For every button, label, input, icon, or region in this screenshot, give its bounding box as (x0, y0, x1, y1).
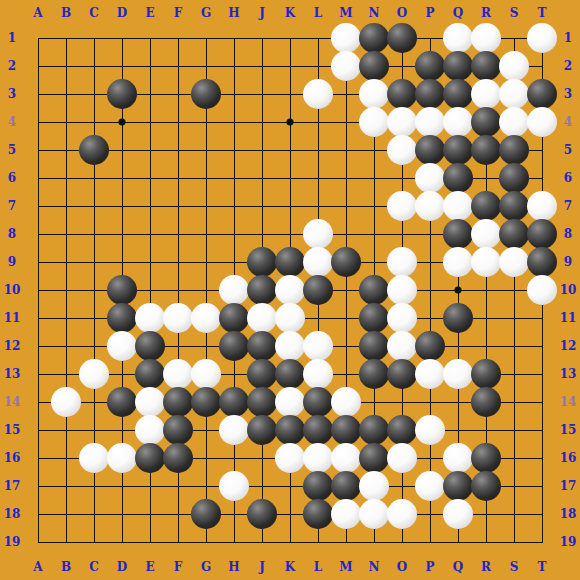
row-label-left: 11 (4, 312, 21, 324)
row-label-right: 9 (564, 256, 572, 268)
stone-white-O16 (387, 443, 417, 473)
column-label-bottom: F (174, 561, 183, 573)
column-label-top: S (510, 7, 519, 19)
stone-black-N16 (359, 443, 389, 473)
stone-white-Q9 (443, 247, 473, 277)
stone-white-S9 (499, 247, 529, 277)
stone-black-R17 (471, 471, 501, 501)
stone-black-R4 (471, 107, 501, 137)
row-label-right: 10 (560, 284, 577, 296)
row-label-left: 8 (8, 228, 16, 240)
stone-white-O11 (387, 303, 417, 333)
stone-white-N17 (359, 471, 389, 501)
stone-white-R1 (471, 23, 501, 53)
stone-black-N1 (359, 23, 389, 53)
row-label-right: 1 (564, 32, 572, 44)
grid-line-horizontal (38, 542, 543, 543)
column-label-top: R (481, 7, 491, 19)
column-label-top: O (397, 7, 407, 19)
stone-black-D3 (107, 79, 137, 109)
column-label-bottom: H (228, 561, 239, 573)
stone-white-L8 (303, 219, 333, 249)
column-label-top: N (369, 7, 380, 19)
column-label-bottom: R (481, 561, 491, 573)
stone-white-O12 (387, 331, 417, 361)
stone-black-H14 (219, 387, 249, 417)
stone-black-J9 (247, 247, 277, 277)
stone-white-T4 (527, 107, 557, 137)
stone-black-R14 (471, 387, 501, 417)
stone-black-N13 (359, 359, 389, 389)
stone-black-K9 (275, 247, 305, 277)
row-label-left: 10 (4, 284, 21, 296)
stone-white-O7 (387, 191, 417, 221)
row-label-left: 3 (8, 88, 16, 100)
row-label-left: 18 (4, 508, 21, 520)
star-point-K4 (287, 119, 294, 126)
row-label-left: 16 (4, 452, 21, 464)
stone-white-K10 (275, 275, 305, 305)
stone-black-N11 (359, 303, 389, 333)
stone-white-E11 (135, 303, 165, 333)
stone-black-J14 (247, 387, 277, 417)
stone-black-K13 (275, 359, 305, 389)
column-label-bottom: T (538, 561, 547, 573)
row-label-left: 2 (8, 60, 16, 72)
stone-black-H12 (219, 331, 249, 361)
stone-black-K15 (275, 415, 305, 445)
stone-white-B14 (51, 387, 81, 417)
column-label-top: T (538, 7, 547, 19)
stone-black-S5 (499, 135, 529, 165)
stone-black-P2 (415, 51, 445, 81)
stone-white-S4 (499, 107, 529, 137)
stone-black-P5 (415, 135, 445, 165)
stone-black-D10 (107, 275, 137, 305)
column-label-top: A (33, 7, 42, 19)
stone-black-S8 (499, 219, 529, 249)
stone-black-P3 (415, 79, 445, 109)
star-point-Q10 (455, 287, 462, 294)
stone-black-F16 (163, 443, 193, 473)
stone-white-Q18 (443, 499, 473, 529)
stone-white-Q16 (443, 443, 473, 473)
stone-white-H17 (219, 471, 249, 501)
stone-white-K14 (275, 387, 305, 417)
stone-black-M15 (331, 415, 361, 445)
stone-white-P4 (415, 107, 445, 137)
stone-black-Q8 (443, 219, 473, 249)
stone-white-G11 (191, 303, 221, 333)
column-label-top: C (89, 7, 99, 19)
stone-white-E15 (135, 415, 165, 445)
column-label-bottom: D (117, 561, 127, 573)
stone-white-O4 (387, 107, 417, 137)
stone-white-O10 (387, 275, 417, 305)
column-label-top: Q (453, 7, 463, 19)
column-label-bottom: E (145, 561, 154, 573)
stone-black-S6 (499, 163, 529, 193)
column-label-top: P (425, 7, 434, 19)
stone-black-C5 (79, 135, 109, 165)
stone-black-L18 (303, 499, 333, 529)
row-label-right: 12 (560, 340, 577, 352)
row-label-right: 19 (560, 536, 577, 548)
stone-black-Q2 (443, 51, 473, 81)
stone-black-R16 (471, 443, 501, 473)
stone-white-N4 (359, 107, 389, 137)
row-label-left: 6 (8, 172, 16, 184)
stone-black-G3 (191, 79, 221, 109)
stone-black-R2 (471, 51, 501, 81)
stone-black-Q5 (443, 135, 473, 165)
stone-black-T3 (527, 79, 557, 109)
stone-black-O3 (387, 79, 417, 109)
stone-white-F11 (163, 303, 193, 333)
column-label-top: K (285, 7, 295, 19)
stone-white-R9 (471, 247, 501, 277)
stone-black-J10 (247, 275, 277, 305)
stone-black-H11 (219, 303, 249, 333)
stone-white-E14 (135, 387, 165, 417)
stone-white-S2 (499, 51, 529, 81)
go-board[interactable]: AABBCCDDEEFFGGHHJJKKLLMMNNOOPPQQRRSSTT11… (0, 0, 580, 580)
stone-black-S7 (499, 191, 529, 221)
stone-black-Q3 (443, 79, 473, 109)
row-label-right: 7 (564, 200, 572, 212)
row-label-right: 14 (560, 396, 577, 408)
row-label-left: 19 (4, 536, 21, 548)
row-label-left: 15 (4, 424, 21, 436)
stone-white-J11 (247, 303, 277, 333)
stone-white-P7 (415, 191, 445, 221)
stone-white-M14 (331, 387, 361, 417)
column-label-top: J (259, 7, 265, 19)
stone-white-Q13 (443, 359, 473, 389)
stone-white-P6 (415, 163, 445, 193)
column-label-bottom: M (339, 561, 352, 573)
stone-white-R3 (471, 79, 501, 109)
column-label-top: G (201, 7, 211, 19)
stone-white-C13 (79, 359, 109, 389)
row-label-left: 4 (8, 116, 16, 128)
stone-black-L14 (303, 387, 333, 417)
stone-white-H15 (219, 415, 249, 445)
stone-white-L13 (303, 359, 333, 389)
row-label-right: 8 (564, 228, 572, 240)
row-label-left: 17 (4, 480, 21, 492)
stone-white-D12 (107, 331, 137, 361)
column-label-top: D (117, 7, 127, 19)
row-label-left: 14 (4, 396, 21, 408)
stone-white-P17 (415, 471, 445, 501)
stone-black-T8 (527, 219, 557, 249)
row-label-left: 7 (8, 200, 16, 212)
column-label-bottom: S (510, 561, 519, 573)
column-label-bottom: G (201, 561, 211, 573)
stone-black-T9 (527, 247, 557, 277)
stone-black-L17 (303, 471, 333, 501)
stone-black-L15 (303, 415, 333, 445)
row-label-right: 4 (564, 116, 572, 128)
stone-white-O5 (387, 135, 417, 165)
stone-black-M9 (331, 247, 361, 277)
column-label-top: B (61, 7, 71, 19)
stone-white-K12 (275, 331, 305, 361)
column-label-bottom: C (89, 561, 99, 573)
column-label-bottom: P (425, 561, 434, 573)
stone-black-Q17 (443, 471, 473, 501)
stone-white-L12 (303, 331, 333, 361)
row-label-right: 3 (564, 88, 572, 100)
stone-black-F15 (163, 415, 193, 445)
column-label-bottom: A (33, 561, 42, 573)
column-label-top: E (145, 7, 154, 19)
stone-white-Q1 (443, 23, 473, 53)
stone-white-P15 (415, 415, 445, 445)
row-label-right: 2 (564, 60, 572, 72)
stone-white-O18 (387, 499, 417, 529)
stone-black-O1 (387, 23, 417, 53)
stone-white-M1 (331, 23, 361, 53)
column-label-top: L (314, 7, 322, 19)
stone-white-Q4 (443, 107, 473, 137)
row-label-right: 17 (560, 480, 577, 492)
stone-black-N15 (359, 415, 389, 445)
stone-white-R8 (471, 219, 501, 249)
row-label-left: 12 (4, 340, 21, 352)
row-label-left: 9 (8, 256, 16, 268)
column-label-bottom: J (259, 561, 265, 573)
column-label-top: M (339, 7, 352, 19)
stone-white-C16 (79, 443, 109, 473)
stone-black-D14 (107, 387, 137, 417)
stone-black-N2 (359, 51, 389, 81)
stone-black-F14 (163, 387, 193, 417)
stone-white-S3 (499, 79, 529, 109)
row-label-right: 11 (560, 312, 577, 324)
stone-black-D11 (107, 303, 137, 333)
stone-white-M2 (331, 51, 361, 81)
stone-black-M17 (331, 471, 361, 501)
stone-white-K11 (275, 303, 305, 333)
row-label-right: 6 (564, 172, 572, 184)
row-label-right: 15 (560, 424, 577, 436)
stone-black-G14 (191, 387, 221, 417)
row-label-right: 18 (560, 508, 577, 520)
stone-black-E13 (135, 359, 165, 389)
stone-black-E12 (135, 331, 165, 361)
stone-white-T7 (527, 191, 557, 221)
row-label-right: 5 (564, 144, 572, 156)
stone-black-J15 (247, 415, 277, 445)
stone-white-T10 (527, 275, 557, 305)
row-label-right: 13 (560, 368, 577, 380)
stone-white-T1 (527, 23, 557, 53)
stone-white-M16 (331, 443, 361, 473)
stone-black-J12 (247, 331, 277, 361)
stone-white-O9 (387, 247, 417, 277)
column-label-bottom: Q (453, 561, 463, 573)
stone-white-D16 (107, 443, 137, 473)
column-label-top: H (228, 7, 239, 19)
stone-black-R13 (471, 359, 501, 389)
column-label-bottom: K (285, 561, 295, 573)
stone-white-Q7 (443, 191, 473, 221)
stone-white-K16 (275, 443, 305, 473)
column-label-bottom: O (397, 561, 407, 573)
stone-black-N12 (359, 331, 389, 361)
stone-black-N10 (359, 275, 389, 305)
stone-white-P13 (415, 359, 445, 389)
row-label-left: 5 (8, 144, 16, 156)
stone-black-Q6 (443, 163, 473, 193)
stone-black-O13 (387, 359, 417, 389)
stone-white-H10 (219, 275, 249, 305)
row-label-left: 13 (4, 368, 21, 380)
stone-black-R7 (471, 191, 501, 221)
stone-black-L10 (303, 275, 333, 305)
stone-white-L16 (303, 443, 333, 473)
column-label-bottom: L (314, 561, 322, 573)
stone-black-J13 (247, 359, 277, 389)
stone-black-Q11 (443, 303, 473, 333)
stone-black-P12 (415, 331, 445, 361)
stone-white-G13 (191, 359, 221, 389)
stone-white-M18 (331, 499, 361, 529)
stone-black-E16 (135, 443, 165, 473)
row-label-left: 1 (8, 32, 16, 44)
star-point-D4 (119, 119, 126, 126)
stone-black-J18 (247, 499, 277, 529)
column-label-bottom: N (369, 561, 380, 573)
row-label-right: 16 (560, 452, 577, 464)
column-label-bottom: B (61, 561, 71, 573)
stone-black-R5 (471, 135, 501, 165)
stone-black-O15 (387, 415, 417, 445)
column-label-top: F (174, 7, 183, 19)
stone-white-L9 (303, 247, 333, 277)
stone-white-N3 (359, 79, 389, 109)
stone-white-L3 (303, 79, 333, 109)
stone-white-N18 (359, 499, 389, 529)
stone-black-G18 (191, 499, 221, 529)
stone-white-F13 (163, 359, 193, 389)
